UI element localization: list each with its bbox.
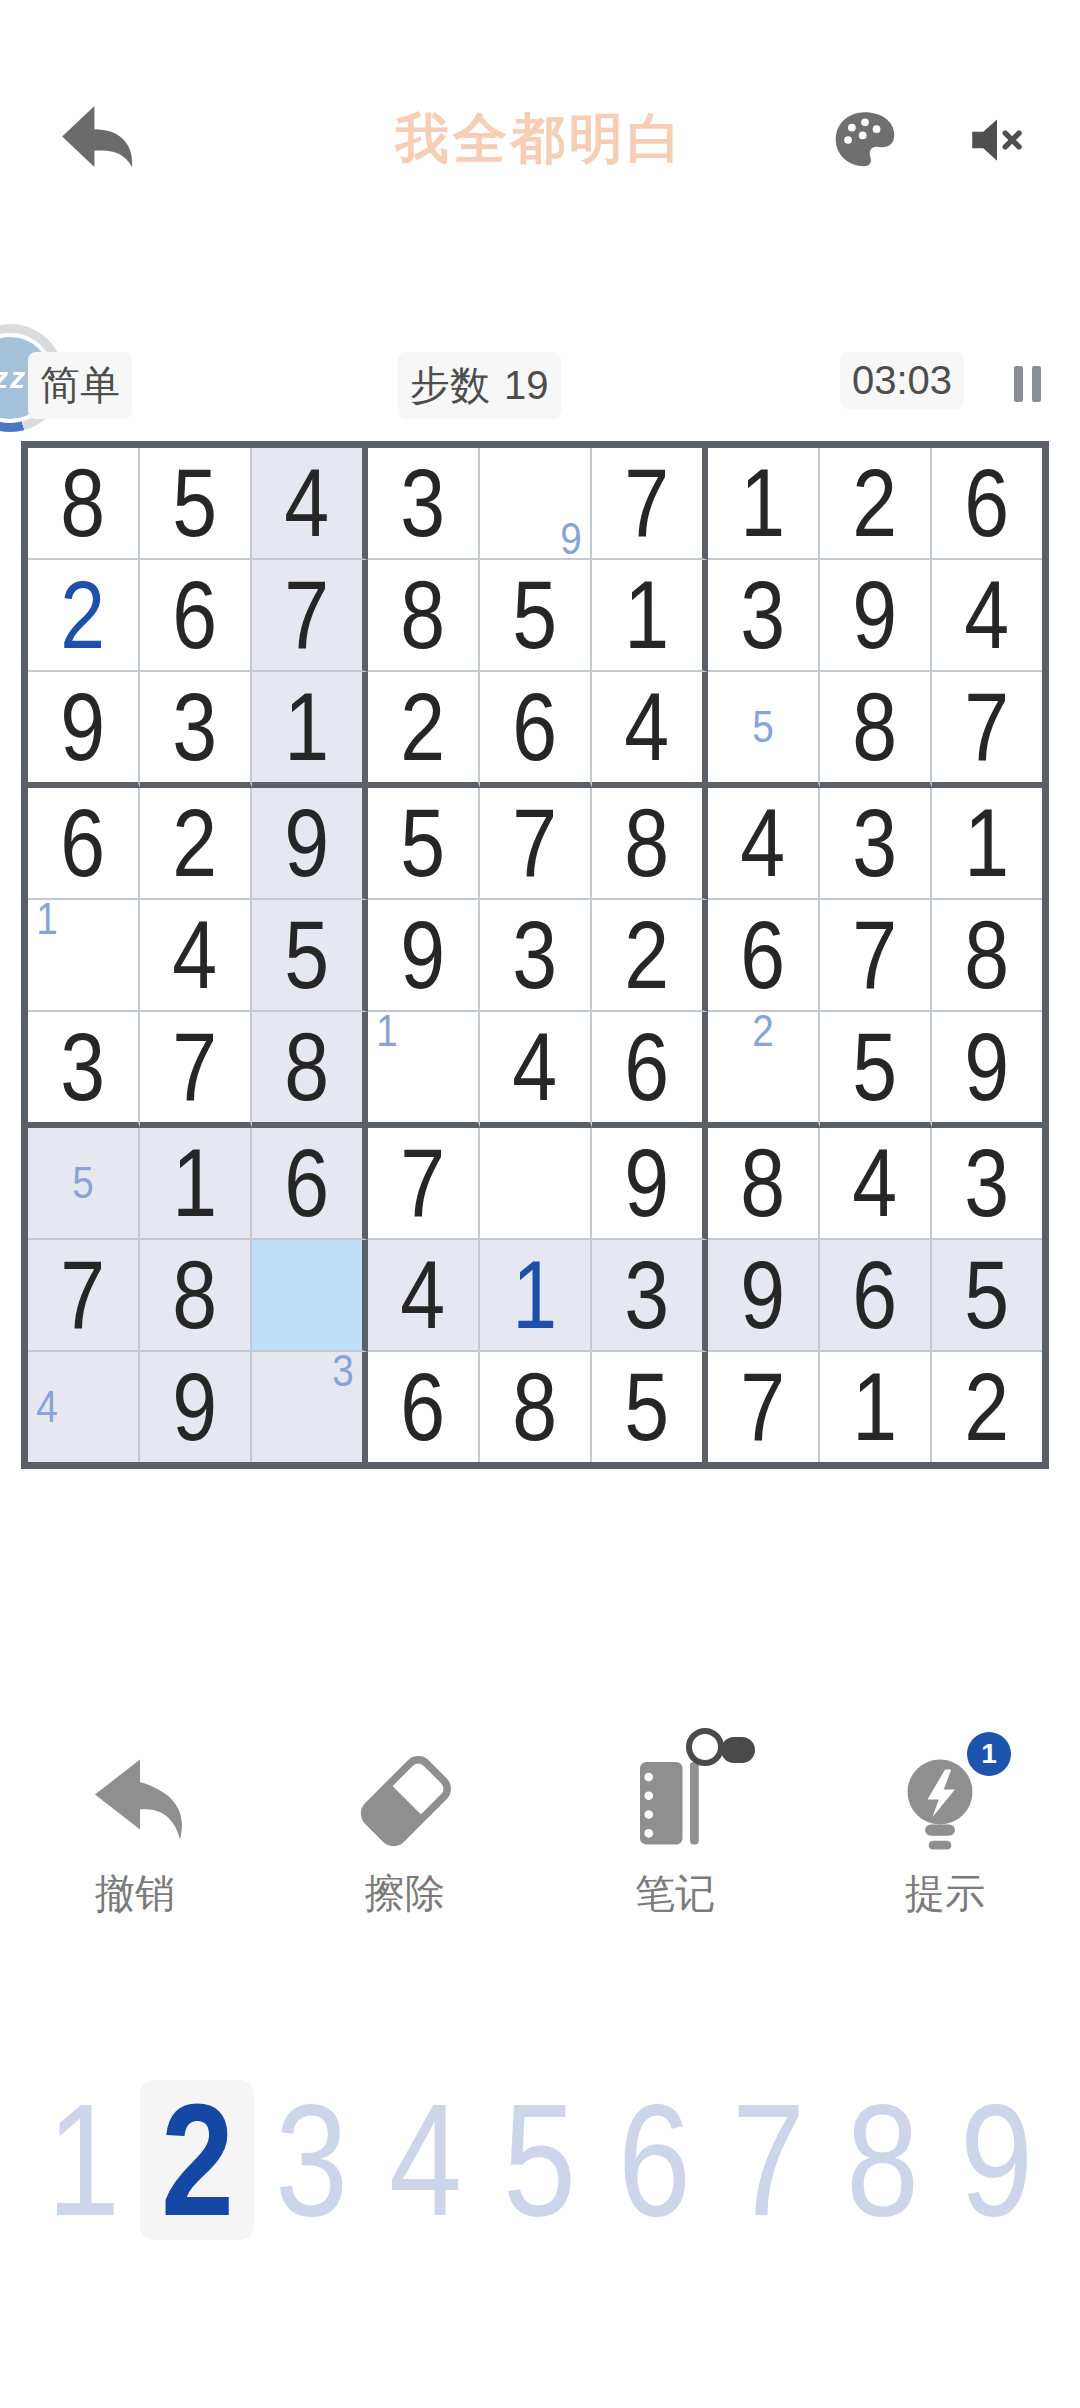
cell-r8c4[interactable]: 4 xyxy=(368,1240,480,1352)
given-digit: 3 xyxy=(741,560,786,670)
cell-r1c2[interactable]: 5 xyxy=(140,448,252,560)
cell-r2c9[interactable]: 4 xyxy=(932,560,1042,672)
user-digit: 2 xyxy=(61,560,106,670)
cell-r9c3[interactable]: 3 xyxy=(252,1352,368,1462)
given-digit: 2 xyxy=(401,672,446,782)
given-digit: 1 xyxy=(285,672,330,782)
cell-r7c2[interactable]: 1 xyxy=(140,1128,252,1240)
pause-bar xyxy=(1014,366,1023,402)
given-digit: 6 xyxy=(285,1128,330,1238)
cell-r2c3[interactable]: 7 xyxy=(252,560,368,672)
given-digit: 4 xyxy=(285,448,330,558)
cell-r9c1[interactable]: 4 xyxy=(28,1352,140,1462)
sudoku-screen: 我全都明白 zz 简单 步数19 03:03 85439712626785139… xyxy=(0,0,1080,2408)
steps-counter: 步数19 xyxy=(398,352,561,419)
given-digit: 8 xyxy=(625,788,670,898)
given-digit: 5 xyxy=(513,560,558,670)
cell-r9c2[interactable]: 9 xyxy=(140,1352,252,1462)
cell-r5c6[interactable]: 2 xyxy=(592,900,708,1012)
hint-label: 提示 xyxy=(905,1866,985,1921)
given-digit: 8 xyxy=(741,1128,786,1238)
cell-r3c3[interactable]: 1 xyxy=(252,672,368,788)
given-digit: 8 xyxy=(513,1352,558,1462)
cell-r9c6[interactable]: 5 xyxy=(592,1352,708,1462)
cell-r5c2[interactable]: 4 xyxy=(140,900,252,1012)
cell-r1c6[interactable]: 7 xyxy=(592,448,708,560)
given-digit: 8 xyxy=(173,1240,218,1350)
cell-r6c4[interactable]: 1 xyxy=(368,1012,480,1128)
numpad-digit: 6 xyxy=(618,2080,691,2240)
given-digit: 9 xyxy=(401,900,446,1010)
cell-r5c3[interactable]: 5 xyxy=(252,900,368,1012)
numpad-digit: 7 xyxy=(732,2080,805,2240)
given-digit: 9 xyxy=(61,672,106,782)
cell-r1c4[interactable]: 3 xyxy=(368,448,480,560)
cell-r7c7[interactable]: 8 xyxy=(708,1128,820,1240)
mute-speaker-icon[interactable] xyxy=(962,107,1032,173)
top-bar: 我全都明白 xyxy=(0,85,1080,195)
numpad-digit: 1 xyxy=(47,2080,120,2240)
cell-r8c1[interactable]: 7 xyxy=(28,1240,140,1352)
pencil-note: 5 xyxy=(747,709,779,745)
given-digit: 7 xyxy=(853,900,898,1010)
given-digit: 3 xyxy=(965,1128,1010,1238)
cell-r8c9[interactable]: 5 xyxy=(932,1240,1042,1352)
cell-r5c9[interactable]: 8 xyxy=(932,900,1042,1012)
given-digit: 6 xyxy=(513,672,558,782)
cell-r5c8[interactable]: 7 xyxy=(820,900,932,1012)
numpad-key-6[interactable]: 6 xyxy=(597,2080,711,2240)
given-digit: 7 xyxy=(625,448,670,558)
numpad-digit: 3 xyxy=(275,2080,348,2240)
given-digit: 6 xyxy=(965,448,1010,558)
given-digit: 2 xyxy=(853,448,898,558)
numpad-key-9[interactable]: 9 xyxy=(940,2080,1054,2240)
cell-r6c9[interactable]: 9 xyxy=(932,1012,1042,1128)
cell-r3c4[interactable]: 2 xyxy=(368,672,480,788)
erase-button[interactable]: 擦除 xyxy=(270,1742,540,1942)
given-digit: 9 xyxy=(625,1128,670,1238)
given-digit: 4 xyxy=(401,1240,446,1350)
given-digit: 8 xyxy=(853,672,898,782)
hint-button[interactable]: 1 提示 xyxy=(810,1742,1080,1942)
given-digit: 6 xyxy=(173,560,218,670)
toolbar: 撤销 擦除 xyxy=(0,1742,1080,1942)
cell-r4c6[interactable]: 8 xyxy=(592,788,708,900)
cell-r2c2[interactable]: 6 xyxy=(140,560,252,672)
cell-r7c5[interactable] xyxy=(480,1128,592,1240)
timer: 03:03 xyxy=(840,352,964,409)
cell-r8c6[interactable]: 3 xyxy=(592,1240,708,1352)
cell-r8c5[interactable]: 1 xyxy=(480,1240,592,1352)
numpad-key-3[interactable]: 3 xyxy=(254,2080,368,2240)
given-digit: 7 xyxy=(965,672,1010,782)
given-digit: 8 xyxy=(965,900,1010,1010)
given-digit: 3 xyxy=(61,1012,106,1122)
numpad-key-2[interactable]: 2 xyxy=(140,2080,254,2240)
cell-r2c7[interactable]: 3 xyxy=(708,560,820,672)
pencil-note: 3 xyxy=(327,1353,359,1389)
cell-r2c8[interactable]: 9 xyxy=(820,560,932,672)
cell-r7c4[interactable]: 7 xyxy=(368,1128,480,1240)
cell-r4c3[interactable]: 9 xyxy=(252,788,368,900)
numpad-key-7[interactable]: 7 xyxy=(711,2080,825,2240)
cell-r3c6[interactable]: 4 xyxy=(592,672,708,788)
cell-r2c4[interactable]: 8 xyxy=(368,560,480,672)
steps-label: 步数 xyxy=(410,363,490,407)
given-digit: 6 xyxy=(401,1352,446,1462)
hint-count-badge: 1 xyxy=(967,1732,1011,1776)
cell-r2c1[interactable]: 2 xyxy=(28,560,140,672)
cell-r1c3[interactable]: 4 xyxy=(252,448,368,560)
given-digit: 1 xyxy=(741,448,786,558)
cell-r1c1[interactable]: 8 xyxy=(28,448,140,560)
notes-button[interactable]: 笔记 xyxy=(540,1742,810,1942)
status-row: zz 简单 步数19 03:03 xyxy=(0,340,1080,430)
cell-r6c2[interactable]: 7 xyxy=(140,1012,252,1128)
given-digit: 8 xyxy=(401,560,446,670)
pencil-note: 1 xyxy=(371,1013,403,1049)
toggle-knob xyxy=(686,1728,724,1766)
cell-r8c7[interactable]: 9 xyxy=(708,1240,820,1352)
cell-r8c2[interactable]: 8 xyxy=(140,1240,252,1352)
toggle-pill xyxy=(721,1737,755,1763)
numpad-key-5[interactable]: 5 xyxy=(483,2080,597,2240)
given-digit: 9 xyxy=(173,1352,218,1462)
given-digit: 5 xyxy=(285,900,330,1010)
cell-r6c7[interactable]: 2 xyxy=(708,1012,820,1128)
undo-icon xyxy=(75,1742,195,1862)
cell-r4c1[interactable]: 6 xyxy=(28,788,140,900)
numpad-key-8[interactable]: 8 xyxy=(826,2080,940,2240)
cell-r4c7[interactable]: 4 xyxy=(708,788,820,900)
cell-r9c5[interactable]: 8 xyxy=(480,1352,592,1462)
pencil-note: 5 xyxy=(67,1165,99,1201)
given-digit: 7 xyxy=(173,1012,218,1122)
steps-value: 19 xyxy=(504,363,549,407)
cell-r6c1[interactable]: 3 xyxy=(28,1012,140,1128)
cell-r8c8[interactable]: 6 xyxy=(820,1240,932,1352)
cell-r3c9[interactable]: 7 xyxy=(932,672,1042,788)
cell-r9c4[interactable]: 6 xyxy=(368,1352,480,1462)
cell-r6c5[interactable]: 4 xyxy=(480,1012,592,1128)
numpad-digit: 2 xyxy=(161,2080,234,2240)
given-digit: 9 xyxy=(965,1012,1010,1122)
given-digit: 1 xyxy=(965,788,1010,898)
numpad-key-4[interactable]: 4 xyxy=(369,2080,483,2240)
erase-label: 擦除 xyxy=(365,1866,445,1921)
pencil-note: 4 xyxy=(31,1389,63,1425)
given-digit: 6 xyxy=(625,1012,670,1122)
cell-r4c5[interactable]: 7 xyxy=(480,788,592,900)
undo-label: 撤销 xyxy=(95,1866,175,1921)
cell-r3c2[interactable]: 3 xyxy=(140,672,252,788)
cell-r5c7[interactable]: 6 xyxy=(708,900,820,1012)
cell-r7c1[interactable]: 5 xyxy=(28,1128,140,1240)
given-digit: 3 xyxy=(173,672,218,782)
cell-r7c3[interactable]: 6 xyxy=(252,1128,368,1240)
given-digit: 3 xyxy=(513,900,558,1010)
cell-r4c9[interactable]: 1 xyxy=(932,788,1042,900)
given-digit: 1 xyxy=(625,560,670,670)
cell-r1c8[interactable]: 2 xyxy=(820,448,932,560)
pause-button[interactable] xyxy=(1008,362,1048,406)
given-digit: 8 xyxy=(61,448,106,558)
cell-r2c6[interactable]: 1 xyxy=(592,560,708,672)
given-digit: 5 xyxy=(965,1240,1010,1350)
given-digit: 5 xyxy=(853,1012,898,1122)
cell-r1c5[interactable]: 9 xyxy=(480,448,592,560)
pencil-note: 9 xyxy=(555,521,587,557)
number-pad: 123456789 xyxy=(0,2080,1080,2240)
cell-r3c5[interactable]: 6 xyxy=(480,672,592,788)
cell-r7c8[interactable]: 4 xyxy=(820,1128,932,1240)
given-digit: 7 xyxy=(285,560,330,670)
cell-r2c5[interactable]: 5 xyxy=(480,560,592,672)
cell-r4c2[interactable]: 2 xyxy=(140,788,252,900)
cell-r3c7[interactable]: 5 xyxy=(708,672,820,788)
notes-toggle-off[interactable] xyxy=(686,1728,755,1766)
given-digit: 7 xyxy=(513,788,558,898)
given-digit: 7 xyxy=(741,1352,786,1462)
cell-r8c3[interactable] xyxy=(252,1240,368,1352)
given-digit: 9 xyxy=(853,560,898,670)
given-digit: 2 xyxy=(625,900,670,1010)
given-digit: 4 xyxy=(513,1012,558,1122)
cell-r9c7[interactable]: 7 xyxy=(708,1352,820,1462)
cell-r6c6[interactable]: 6 xyxy=(592,1012,708,1128)
given-digit: 2 xyxy=(173,788,218,898)
given-digit: 8 xyxy=(285,1012,330,1122)
given-digit: 4 xyxy=(853,1128,898,1238)
user-digit: 1 xyxy=(513,1240,558,1350)
given-digit: 4 xyxy=(625,672,670,782)
given-digit: 1 xyxy=(853,1352,898,1462)
cell-r7c6[interactable]: 9 xyxy=(592,1128,708,1240)
given-digit: 5 xyxy=(625,1352,670,1462)
given-digit: 3 xyxy=(401,448,446,558)
cell-r6c8[interactable]: 5 xyxy=(820,1012,932,1128)
given-digit: 7 xyxy=(61,1240,106,1350)
given-digit: 1 xyxy=(173,1128,218,1238)
given-digit: 4 xyxy=(965,560,1010,670)
cell-r3c8[interactable]: 8 xyxy=(820,672,932,788)
cell-r7c9[interactable]: 3 xyxy=(932,1128,1042,1240)
cell-r3c1[interactable]: 9 xyxy=(28,672,140,788)
eraser-icon xyxy=(345,1742,465,1862)
cell-r5c4[interactable]: 9 xyxy=(368,900,480,1012)
pause-bar xyxy=(1032,366,1041,402)
given-digit: 6 xyxy=(61,788,106,898)
numpad-digit: 8 xyxy=(846,2080,919,2240)
given-digit: 4 xyxy=(741,788,786,898)
numpad-key-1[interactable]: 1 xyxy=(26,2080,140,2240)
numpad-digit: 5 xyxy=(503,2080,576,2240)
given-digit: 5 xyxy=(401,788,446,898)
palette-icon[interactable] xyxy=(828,103,902,177)
cell-r4c8[interactable]: 3 xyxy=(820,788,932,900)
notes-label: 笔记 xyxy=(635,1866,715,1921)
given-digit: 6 xyxy=(853,1240,898,1350)
given-digit: 6 xyxy=(741,900,786,1010)
given-digit: 7 xyxy=(401,1128,446,1238)
cell-r9c9[interactable]: 2 xyxy=(932,1352,1042,1462)
cell-r9c8[interactable]: 1 xyxy=(820,1352,932,1462)
undo-button[interactable]: 撤销 xyxy=(0,1742,270,1942)
pencil-note: 1 xyxy=(31,901,63,937)
cell-r4c4[interactable]: 5 xyxy=(368,788,480,900)
given-digit: 9 xyxy=(741,1240,786,1350)
given-digit: 4 xyxy=(173,900,218,1010)
cell-r5c5[interactable]: 3 xyxy=(480,900,592,1012)
cell-r1c7[interactable]: 1 xyxy=(708,448,820,560)
cell-r5c1[interactable]: 1 xyxy=(28,900,140,1012)
given-digit: 9 xyxy=(285,788,330,898)
given-digit: 3 xyxy=(625,1240,670,1350)
numpad-digit: 4 xyxy=(389,2080,462,2240)
given-digit: 5 xyxy=(173,448,218,558)
sudoku-board: 8543971262678513949312645876295784311459… xyxy=(21,441,1049,1469)
numpad-digit: 9 xyxy=(960,2080,1033,2240)
given-digit: 3 xyxy=(853,788,898,898)
page-title: 我全都明白 xyxy=(0,103,1080,176)
given-digit: 2 xyxy=(965,1352,1010,1462)
cell-r6c3[interactable]: 8 xyxy=(252,1012,368,1128)
difficulty-label: 简单 xyxy=(28,352,132,419)
pencil-note: 2 xyxy=(747,1013,779,1049)
cell-r1c9[interactable]: 6 xyxy=(932,448,1042,560)
